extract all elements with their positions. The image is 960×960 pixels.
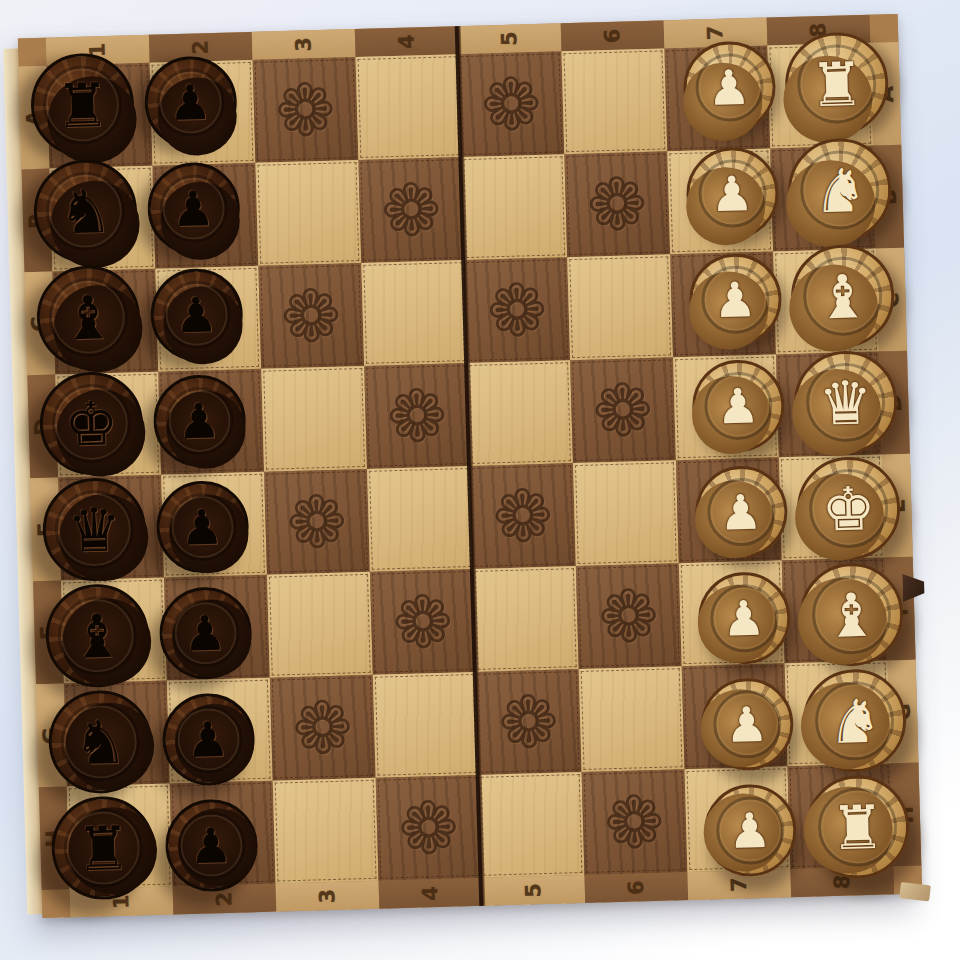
square-e7[interactable]: ❁♟ — [676, 457, 782, 563]
piece-glyph: ♛ — [67, 499, 122, 560]
square-c4[interactable] — [361, 260, 467, 366]
piece-glyph: ♜ — [809, 53, 864, 114]
square-h5[interactable] — [479, 772, 585, 878]
square-b3[interactable] — [255, 160, 361, 266]
square-b5[interactable] — [461, 154, 567, 260]
chess-board: 12345678 12345678 ABCDEFGH ABCDEFGH ❁♜♟❁… — [18, 14, 922, 918]
square-h7[interactable]: ♟ — [685, 766, 791, 872]
light-pawn-b7[interactable]: ♟ — [685, 146, 780, 241]
dark-pawn-c2[interactable]: ♟ — [149, 267, 244, 362]
piece-glyph: ♟ — [171, 184, 215, 233]
square-d2[interactable]: ❁♟ — [158, 369, 264, 475]
dark-pawn-e2[interactable]: ♟ — [155, 479, 250, 574]
square-h8[interactable]: ❁♜ — [788, 763, 894, 869]
light-pawn-c7[interactable]: ♟ — [688, 252, 783, 347]
rosette-ornament: ❁ — [492, 479, 554, 553]
piece-glyph: ♟ — [707, 62, 751, 111]
piece-glyph: ♞ — [812, 159, 867, 220]
square-a1[interactable]: ❁♜ — [47, 63, 153, 169]
light-pawn-f7[interactable]: ♟ — [697, 570, 792, 665]
light-pawn-a7[interactable]: ♟ — [682, 40, 777, 135]
piece-glyph: ♜ — [55, 74, 110, 135]
square-d6[interactable]: ❁ — [570, 357, 676, 463]
square-a8[interactable]: ♜ — [767, 43, 873, 149]
rosette-ornament: ❁ — [498, 685, 560, 759]
rosette-ornament: ❁ — [592, 373, 654, 447]
piece-glyph: ♟ — [710, 168, 754, 217]
coord-top-label-2: 2 — [189, 40, 213, 55]
piece-glyph: ♟ — [177, 396, 221, 445]
square-a5[interactable]: ❁ — [458, 51, 564, 157]
square-f2[interactable]: ❁♟ — [164, 575, 270, 681]
square-c6[interactable] — [567, 254, 673, 360]
coord-bottom-cell-3: 3 — [276, 881, 380, 912]
coord-top-label-5: 5 — [497, 31, 521, 46]
square-e5[interactable]: ❁ — [470, 463, 576, 569]
square-c7[interactable]: ❁♟ — [670, 251, 776, 357]
photo-scene: 12345678 12345678 ABCDEFGH ABCDEFGH ❁♜♟❁… — [0, 0, 960, 960]
square-d5[interactable] — [467, 360, 573, 466]
box-corner-tab — [899, 882, 931, 901]
piece-glyph: ♜ — [75, 817, 130, 878]
frame-corner — [870, 14, 899, 43]
frame-corner — [18, 38, 47, 67]
light-pawn-g7[interactable]: ♟ — [700, 677, 795, 772]
square-h3[interactable] — [273, 778, 379, 884]
coord-bottom-label-2: 2 — [212, 891, 236, 906]
light-pawn-d7[interactable]: ♟ — [691, 358, 786, 453]
square-e8[interactable]: ♚ — [779, 454, 885, 560]
square-d3[interactable] — [261, 366, 367, 472]
square-f7[interactable]: ♟ — [679, 560, 785, 666]
square-a6[interactable] — [561, 48, 667, 154]
square-b8[interactable]: ❁♞ — [770, 146, 876, 252]
piece-glyph: ♟ — [180, 502, 224, 551]
square-c8[interactable]: ♝ — [773, 249, 879, 355]
square-g1[interactable]: ❁♞ — [64, 681, 170, 787]
square-f3[interactable] — [267, 572, 373, 678]
square-b4[interactable]: ❁ — [358, 157, 464, 263]
rosette-ornament: ❁ — [280, 279, 342, 353]
piece-glyph: ♚ — [821, 478, 876, 539]
dark-pawn-g2[interactable]: ♟ — [161, 692, 256, 787]
rosette-ornament: ❁ — [603, 785, 665, 859]
piece-glyph: ♜ — [830, 796, 885, 857]
square-a7[interactable]: ❁♟ — [664, 46, 770, 152]
coord-top-cell-4: 4 — [355, 26, 459, 57]
piece-glyph: ♟ — [722, 593, 766, 642]
square-g8[interactable]: ♞ — [785, 660, 891, 766]
piece-glyph: ♟ — [183, 608, 227, 657]
piece-glyph: ♟ — [716, 381, 760, 430]
coord-bottom-label-3: 3 — [315, 889, 339, 904]
square-c3[interactable]: ❁ — [258, 263, 364, 369]
piece-glyph: ♝ — [70, 605, 125, 666]
square-g6[interactable] — [579, 666, 685, 772]
coord-top-label-6: 6 — [600, 28, 624, 43]
square-e1[interactable]: ❁♛ — [58, 475, 164, 581]
square-f1[interactable]: ♝ — [61, 578, 167, 684]
coord-bottom-label-5: 5 — [521, 883, 545, 898]
coord-top-label-7: 7 — [703, 25, 727, 40]
square-c1[interactable]: ❁♝ — [52, 269, 158, 375]
rosette-ornament: ❁ — [274, 73, 336, 147]
square-f4[interactable]: ❁ — [370, 569, 476, 675]
square-g2[interactable]: ♟ — [167, 678, 273, 784]
square-a4[interactable] — [356, 54, 462, 160]
coord-bottom-label-6: 6 — [624, 880, 648, 895]
piece-glyph: ♟ — [168, 77, 212, 126]
square-g3[interactable]: ❁ — [270, 675, 376, 781]
square-g7[interactable]: ❁♟ — [682, 663, 788, 769]
rosette-ornament: ❁ — [480, 67, 542, 141]
square-a2[interactable]: ♟ — [150, 60, 256, 166]
coord-top-label-3: 3 — [291, 37, 315, 52]
square-f6[interactable]: ❁ — [576, 563, 682, 669]
piece-glyph: ♞ — [73, 711, 128, 772]
piece-glyph: ♟ — [189, 820, 233, 869]
piece-glyph: ♟ — [713, 275, 757, 324]
square-e6[interactable] — [573, 460, 679, 566]
piece-glyph: ♟ — [725, 699, 769, 748]
coord-top-label-4: 4 — [394, 34, 418, 49]
light-pawn-h7[interactable]: ♟ — [703, 783, 798, 878]
piece-glyph: ♞ — [827, 690, 882, 751]
coord-bottom-label-4: 4 — [418, 886, 442, 901]
rosette-ornament: ❁ — [397, 791, 459, 865]
rosette-ornament: ❁ — [392, 585, 454, 659]
square-e2[interactable]: ♟ — [161, 472, 267, 578]
light-pawn-e7[interactable]: ♟ — [694, 464, 789, 559]
piece-glyph: ♚ — [64, 393, 119, 454]
rosette-ornament: ❁ — [486, 273, 548, 347]
square-a3[interactable]: ❁ — [253, 57, 359, 163]
piece-glyph: ♟ — [719, 487, 763, 536]
coord-bottom-label-7: 7 — [727, 877, 751, 892]
square-h1[interactable]: ♜ — [67, 784, 173, 890]
square-c2[interactable]: ♟ — [155, 266, 261, 372]
coord-top-cell-5: 5 — [458, 23, 562, 54]
square-g4[interactable] — [373, 672, 479, 778]
piece-glyph: ♟ — [174, 290, 218, 339]
square-d8[interactable]: ❁♛ — [776, 352, 882, 458]
piece-glyph: ♟ — [186, 714, 230, 763]
rosette-ornament: ❁ — [386, 379, 448, 453]
square-c5[interactable]: ❁ — [464, 257, 570, 363]
rosette-ornament: ❁ — [286, 485, 348, 559]
square-f8[interactable]: ❁♝ — [782, 557, 888, 663]
coord-bottom-cell-4: 4 — [379, 878, 483, 909]
rosette-ornament: ❁ — [292, 691, 354, 765]
rosette-ornament: ❁ — [380, 173, 442, 247]
frame-corner — [42, 889, 71, 918]
coord-bottom-cell-5: 5 — [482, 875, 586, 906]
coord-top-cell-3: 3 — [252, 29, 356, 60]
square-e4[interactable] — [367, 466, 473, 572]
dark-pawn-a2[interactable]: ♟ — [143, 55, 238, 150]
rosette-ornament: ❁ — [586, 167, 648, 241]
square-h4[interactable]: ❁ — [376, 775, 482, 881]
square-b7[interactable]: ♟ — [667, 148, 773, 254]
piece-glyph: ♝ — [815, 265, 870, 326]
square-b1[interactable]: ♞ — [50, 166, 156, 272]
piece-glyph: ♞ — [58, 180, 113, 241]
piece-glyph: ♟ — [728, 805, 772, 854]
square-b2[interactable]: ❁♟ — [152, 163, 258, 269]
rosette-ornament: ❁ — [598, 579, 660, 653]
square-e3[interactable]: ❁ — [264, 469, 370, 575]
square-h6[interactable]: ❁ — [582, 769, 688, 875]
coord-bottom-cell-6: 6 — [584, 872, 688, 903]
square-g5[interactable]: ❁ — [476, 669, 582, 775]
square-d4[interactable]: ❁ — [364, 363, 470, 469]
piece-glyph: ♝ — [824, 584, 879, 645]
square-d7[interactable]: ♟ — [673, 354, 779, 460]
piece-glyph: ♛ — [818, 372, 873, 433]
piece-glyph: ♝ — [61, 287, 116, 348]
square-d1[interactable]: ♚ — [55, 372, 161, 478]
square-f5[interactable] — [473, 566, 579, 672]
coord-top-cell-6: 6 — [561, 20, 665, 51]
square-h2[interactable]: ❁♟ — [170, 781, 276, 887]
square-b6[interactable]: ❁ — [564, 151, 670, 257]
